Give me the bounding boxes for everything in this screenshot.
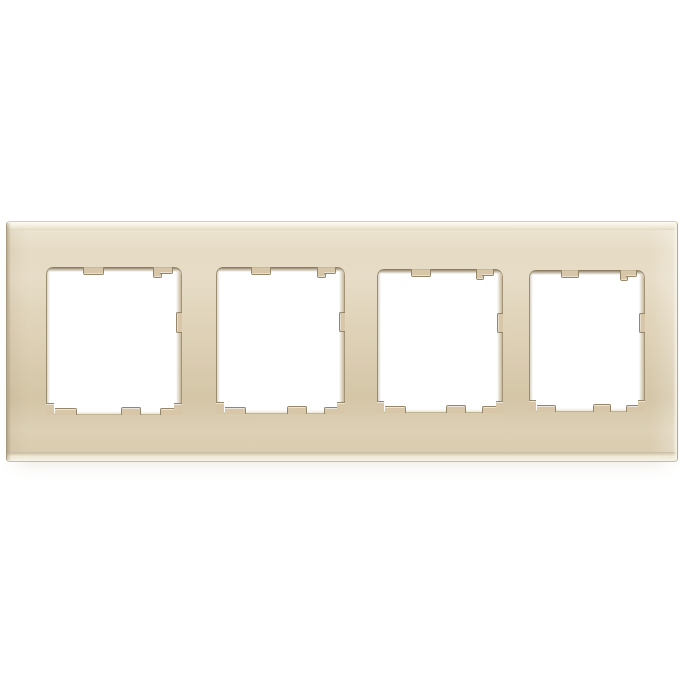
notch-bottom-right-ledge: [160, 408, 176, 415]
notch-bottom-right-step: [174, 403, 182, 415]
notch-bottom-left-step: [46, 403, 54, 415]
frame-edge-left: [7, 223, 11, 460]
notch-top: [83, 267, 104, 275]
notch-bottom-left-ledge: [225, 407, 246, 414]
notch-top-right-ledge: [160, 267, 173, 274]
notch-bottom-left-step: [529, 400, 536, 412]
notch-top-right-ledge: [626, 270, 637, 277]
product-photo: [0, 0, 680, 680]
notch-bottom: [593, 404, 611, 412]
notch-right: [497, 313, 503, 333]
notch-bottom-left-step: [216, 402, 224, 414]
cutout-opening: [529, 270, 645, 412]
wall-right: [339, 270, 344, 411]
notch-bottom: [121, 407, 142, 415]
notch-top: [561, 270, 579, 278]
notch-right: [639, 313, 645, 333]
notch-bottom: [446, 405, 465, 413]
glass-frame: [6, 221, 678, 462]
notch-bottom-right-step: [496, 401, 503, 413]
notch-right: [176, 312, 182, 333]
notch-bottom-left-ledge: [55, 408, 77, 415]
frame-edge-right: [673, 223, 677, 460]
notch-right: [339, 312, 345, 333]
wall-left: [47, 270, 50, 412]
wall-right: [497, 272, 502, 410]
notch-top: [251, 267, 271, 275]
cutout-opening: [377, 269, 503, 413]
wall-left: [530, 273, 533, 409]
notch-top-right-ledge: [482, 269, 494, 276]
cutout-opening: [216, 267, 345, 414]
notch-bottom-left-ledge: [537, 405, 556, 412]
wall-right: [639, 273, 644, 409]
notch-bottom-right-ledge: [324, 407, 339, 414]
notch-bottom-left-ledge: [385, 406, 406, 413]
notch-bottom-left-step: [377, 401, 384, 413]
frame-edge-bottom: [7, 452, 677, 461]
notch-top-right-ledge: [324, 267, 336, 274]
frame-edge-top: [7, 222, 677, 230]
notch-bottom-right-step: [638, 400, 645, 412]
cutout-opening: [46, 267, 182, 415]
notch-bottom: [287, 406, 307, 414]
notch-bottom-right-step: [337, 402, 345, 414]
wall-left: [378, 272, 381, 410]
wall-left: [217, 270, 220, 411]
notch-top: [411, 269, 430, 277]
wall-right: [176, 270, 181, 412]
